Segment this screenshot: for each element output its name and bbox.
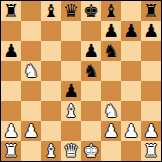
square-a4[interactable] (1, 81, 21, 101)
piece-white-knight-f3[interactable]: ♞ (103, 101, 119, 121)
square-b1[interactable] (21, 141, 41, 161)
piece-black-bishop-c8[interactable]: ♝ (43, 1, 59, 21)
square-e4[interactable] (81, 81, 101, 101)
square-h7[interactable]: ♟ (141, 21, 161, 41)
square-d5[interactable] (61, 61, 81, 81)
square-e1[interactable]: ♚ (81, 141, 101, 161)
square-b2[interactable]: ♟ (21, 121, 41, 141)
square-g6[interactable] (121, 41, 141, 61)
square-c7[interactable] (41, 21, 61, 41)
square-f2[interactable]: ♟ (101, 121, 121, 141)
square-a6[interactable]: ♟ (1, 41, 21, 61)
square-e3[interactable] (81, 101, 101, 121)
square-f4[interactable] (101, 81, 121, 101)
square-b6[interactable] (21, 41, 41, 61)
piece-white-pawn-a2[interactable]: ♟ (3, 121, 19, 141)
square-g7[interactable]: ♟ (121, 21, 141, 41)
square-g3[interactable] (121, 101, 141, 121)
square-f6[interactable]: ♞ (101, 41, 121, 61)
square-d2[interactable] (61, 121, 81, 141)
piece-white-bishop-c1[interactable]: ♝ (43, 141, 59, 161)
piece-black-pawn-d4[interactable]: ♟ (63, 81, 79, 101)
piece-white-pawn-h2[interactable]: ♟ (143, 121, 159, 141)
piece-black-pawn-h7[interactable]: ♟ (143, 21, 159, 41)
piece-black-pawn-e6[interactable]: ♟ (83, 41, 99, 61)
square-a3[interactable] (1, 101, 21, 121)
square-c1[interactable]: ♝ (41, 141, 61, 161)
square-b7[interactable] (21, 21, 41, 41)
chess-board-frame: ♜♝♛♚♝♜♟♟♟♟♟♞♞♞♟♝♞♟♟♟♟♟♜♝♛♚♜ (0, 0, 162, 162)
square-f1[interactable] (101, 141, 121, 161)
square-f3[interactable]: ♞ (101, 101, 121, 121)
square-h2[interactable]: ♟ (141, 121, 161, 141)
piece-white-rook-h1[interactable]: ♜ (143, 141, 159, 161)
piece-black-king-e8[interactable]: ♚ (83, 1, 99, 21)
piece-black-knight-f6[interactable]: ♞ (103, 41, 119, 61)
square-d7[interactable] (61, 21, 81, 41)
square-h6[interactable] (141, 41, 161, 61)
square-g4[interactable] (121, 81, 141, 101)
piece-black-pawn-g7[interactable]: ♟ (123, 21, 139, 41)
square-g8[interactable] (121, 1, 141, 21)
square-h1[interactable]: ♜ (141, 141, 161, 161)
piece-black-pawn-a6[interactable]: ♟ (3, 41, 19, 61)
square-a7[interactable] (1, 21, 21, 41)
piece-white-pawn-b2[interactable]: ♟ (23, 121, 39, 141)
piece-black-pawn-f7[interactable]: ♟ (103, 21, 119, 41)
square-h8[interactable]: ♜ (141, 1, 161, 21)
chess-board: ♜♝♛♚♝♜♟♟♟♟♟♞♞♞♟♝♞♟♟♟♟♟♜♝♛♚♜ (1, 1, 161, 161)
square-h4[interactable] (141, 81, 161, 101)
piece-black-knight-e5[interactable]: ♞ (83, 61, 99, 81)
piece-black-rook-h8[interactable]: ♜ (143, 1, 159, 21)
square-e2[interactable] (81, 121, 101, 141)
square-b4[interactable] (21, 81, 41, 101)
square-g5[interactable] (121, 61, 141, 81)
square-a5[interactable] (1, 61, 21, 81)
square-d4[interactable]: ♟ (61, 81, 81, 101)
piece-white-king-e1[interactable]: ♚ (83, 141, 99, 161)
piece-black-queen-d8[interactable]: ♛ (63, 1, 79, 21)
square-d8[interactable]: ♛ (61, 1, 81, 21)
piece-white-pawn-f2[interactable]: ♟ (103, 121, 119, 141)
square-c6[interactable] (41, 41, 61, 61)
square-d1[interactable]: ♛ (61, 141, 81, 161)
square-e6[interactable]: ♟ (81, 41, 101, 61)
square-d6[interactable] (61, 41, 81, 61)
square-e7[interactable] (81, 21, 101, 41)
square-a2[interactable]: ♟ (1, 121, 21, 141)
square-b5[interactable]: ♞ (21, 61, 41, 81)
piece-white-queen-d1[interactable]: ♛ (63, 141, 79, 161)
piece-white-pawn-g2[interactable]: ♟ (123, 121, 139, 141)
square-a8[interactable]: ♜ (1, 1, 21, 21)
square-b3[interactable] (21, 101, 41, 121)
square-g1[interactable] (121, 141, 141, 161)
square-f7[interactable]: ♟ (101, 21, 121, 41)
square-b8[interactable] (21, 1, 41, 21)
square-g2[interactable]: ♟ (121, 121, 141, 141)
piece-white-rook-a1[interactable]: ♜ (3, 141, 19, 161)
square-a1[interactable]: ♜ (1, 141, 21, 161)
square-c2[interactable] (41, 121, 61, 141)
square-f8[interactable]: ♝ (101, 1, 121, 21)
piece-white-bishop-d3[interactable]: ♝ (63, 101, 79, 121)
square-c3[interactable] (41, 101, 61, 121)
square-h5[interactable] (141, 61, 161, 81)
piece-white-knight-b5[interactable]: ♞ (23, 61, 39, 81)
square-c8[interactable]: ♝ (41, 1, 61, 21)
piece-black-rook-a8[interactable]: ♜ (3, 1, 19, 21)
square-c5[interactable] (41, 61, 61, 81)
square-h3[interactable] (141, 101, 161, 121)
square-d3[interactable]: ♝ (61, 101, 81, 121)
square-c4[interactable] (41, 81, 61, 101)
piece-black-bishop-f8[interactable]: ♝ (103, 1, 119, 21)
square-f5[interactable] (101, 61, 121, 81)
square-e8[interactable]: ♚ (81, 1, 101, 21)
square-e5[interactable]: ♞ (81, 61, 101, 81)
